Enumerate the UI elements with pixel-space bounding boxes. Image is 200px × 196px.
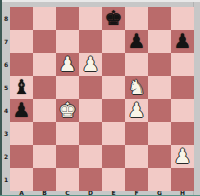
square-d1[interactable] bbox=[79, 168, 102, 191]
rank-label-8: 8 bbox=[2, 7, 10, 30]
piece-black-pawn[interactable]: ♟ bbox=[125, 30, 148, 53]
piece-black-pawn[interactable]: ♟ bbox=[10, 99, 33, 122]
square-e3[interactable] bbox=[102, 122, 125, 145]
square-d6[interactable]: ♟ bbox=[79, 53, 102, 76]
square-a6[interactable] bbox=[10, 53, 33, 76]
square-e2[interactable] bbox=[102, 145, 125, 168]
square-f1[interactable] bbox=[125, 168, 148, 191]
square-b8[interactable] bbox=[33, 7, 56, 30]
chess-diagram: 87654321 ABCDEFGH ♚♟♟♟♟♝♞♟♚♟♟ bbox=[0, 0, 200, 196]
square-e4[interactable] bbox=[102, 99, 125, 122]
piece-white-pawn[interactable]: ♟ bbox=[79, 53, 102, 76]
square-h6[interactable] bbox=[171, 53, 194, 76]
square-e1[interactable] bbox=[102, 168, 125, 191]
square-c2[interactable] bbox=[56, 145, 79, 168]
square-c7[interactable] bbox=[56, 30, 79, 53]
piece-black-bishop[interactable]: ♝ bbox=[10, 76, 33, 99]
square-a2[interactable] bbox=[10, 145, 33, 168]
square-f4[interactable]: ♟ bbox=[125, 99, 148, 122]
square-g4[interactable] bbox=[148, 99, 171, 122]
rank-label-7: 7 bbox=[2, 30, 10, 53]
piece-black-king[interactable]: ♚ bbox=[102, 7, 125, 30]
square-b3[interactable] bbox=[33, 122, 56, 145]
square-d4[interactable] bbox=[79, 99, 102, 122]
square-d7[interactable] bbox=[79, 30, 102, 53]
rank-label-3: 3 bbox=[2, 122, 10, 145]
square-c4[interactable]: ♚ bbox=[56, 99, 79, 122]
square-h2[interactable]: ♟ bbox=[171, 145, 194, 168]
square-c1[interactable] bbox=[56, 168, 79, 191]
frame-top-edge bbox=[2, 0, 200, 2]
square-c3[interactable] bbox=[56, 122, 79, 145]
square-e7[interactable] bbox=[102, 30, 125, 53]
square-b7[interactable] bbox=[33, 30, 56, 53]
square-c6[interactable]: ♟ bbox=[56, 53, 79, 76]
square-e5[interactable] bbox=[102, 76, 125, 99]
square-h4[interactable] bbox=[171, 99, 194, 122]
square-b6[interactable] bbox=[33, 53, 56, 76]
square-c8[interactable] bbox=[56, 7, 79, 30]
rank-label-6: 6 bbox=[2, 53, 10, 76]
square-e6[interactable] bbox=[102, 53, 125, 76]
square-d3[interactable] bbox=[79, 122, 102, 145]
square-f8[interactable] bbox=[125, 7, 148, 30]
square-a1[interactable] bbox=[10, 168, 33, 191]
square-a3[interactable] bbox=[10, 122, 33, 145]
piece-white-pawn[interactable]: ♟ bbox=[56, 53, 79, 76]
square-d8[interactable] bbox=[79, 7, 102, 30]
square-f2[interactable] bbox=[125, 145, 148, 168]
square-d2[interactable] bbox=[79, 145, 102, 168]
square-h1[interactable] bbox=[171, 168, 194, 191]
square-d5[interactable] bbox=[79, 76, 102, 99]
square-a8[interactable] bbox=[10, 7, 33, 30]
square-c5[interactable] bbox=[56, 76, 79, 99]
piece-white-knight[interactable]: ♞ bbox=[125, 76, 148, 99]
square-a4[interactable]: ♟ bbox=[10, 99, 33, 122]
square-a5[interactable]: ♝ bbox=[10, 76, 33, 99]
piece-white-king[interactable]: ♚ bbox=[56, 99, 79, 122]
square-b2[interactable] bbox=[33, 145, 56, 168]
square-e8[interactable]: ♚ bbox=[102, 7, 125, 30]
square-g5[interactable] bbox=[148, 76, 171, 99]
square-b4[interactable] bbox=[33, 99, 56, 122]
piece-white-pawn[interactable]: ♟ bbox=[125, 99, 148, 122]
chess-board: ♚♟♟♟♟♝♞♟♚♟♟ bbox=[10, 7, 194, 191]
square-b1[interactable] bbox=[33, 168, 56, 191]
piece-black-pawn[interactable]: ♟ bbox=[171, 30, 194, 53]
square-g3[interactable] bbox=[148, 122, 171, 145]
square-g1[interactable] bbox=[148, 168, 171, 191]
square-g2[interactable] bbox=[148, 145, 171, 168]
square-f5[interactable]: ♞ bbox=[125, 76, 148, 99]
rank-label-5: 5 bbox=[2, 76, 10, 99]
square-g7[interactable] bbox=[148, 30, 171, 53]
rank-label-4: 4 bbox=[2, 99, 10, 122]
square-h7[interactable]: ♟ bbox=[171, 30, 194, 53]
square-f7[interactable]: ♟ bbox=[125, 30, 148, 53]
square-g8[interactable] bbox=[148, 7, 171, 30]
square-h8[interactable] bbox=[171, 7, 194, 30]
square-h3[interactable] bbox=[171, 122, 194, 145]
rank-label-1: 1 bbox=[2, 168, 10, 191]
square-g6[interactable] bbox=[148, 53, 171, 76]
piece-white-pawn[interactable]: ♟ bbox=[171, 145, 194, 168]
square-b5[interactable] bbox=[33, 76, 56, 99]
square-f6[interactable] bbox=[125, 53, 148, 76]
square-f3[interactable] bbox=[125, 122, 148, 145]
square-a7[interactable] bbox=[10, 30, 33, 53]
rank-label-2: 2 bbox=[2, 145, 10, 168]
square-h5[interactable] bbox=[171, 76, 194, 99]
